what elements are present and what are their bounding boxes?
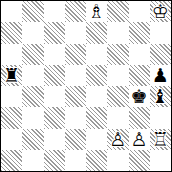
- square-h3[interactable]: [150, 107, 171, 128]
- square-e1[interactable]: [86, 150, 107, 171]
- square-h4[interactable]: ♝: [150, 86, 171, 107]
- square-h7[interactable]: [150, 22, 171, 43]
- square-e8[interactable]: ♝♗: [86, 1, 107, 22]
- white-rook[interactable]: ♖: [150, 129, 171, 150]
- square-g1[interactable]: [129, 150, 150, 171]
- square-b8[interactable]: [22, 1, 43, 22]
- square-h2[interactable]: ♜♖: [150, 129, 171, 150]
- square-a8[interactable]: [1, 1, 22, 22]
- square-a5[interactable]: ♜: [1, 65, 22, 86]
- square-g4[interactable]: ♚: [129, 86, 150, 107]
- square-c3[interactable]: [44, 107, 65, 128]
- square-e6[interactable]: [86, 44, 107, 65]
- square-h6[interactable]: [150, 44, 171, 65]
- square-c6[interactable]: [44, 44, 65, 65]
- square-b7[interactable]: [22, 22, 43, 43]
- square-a1[interactable]: [1, 150, 22, 171]
- square-h8[interactable]: ♚♔: [150, 1, 171, 22]
- square-a6[interactable]: [1, 44, 22, 65]
- white-pawn[interactable]: ♙: [129, 129, 150, 150]
- square-c2[interactable]: [44, 129, 65, 150]
- square-g3[interactable]: [129, 107, 150, 128]
- square-f5[interactable]: [107, 65, 128, 86]
- square-f3[interactable]: [107, 107, 128, 128]
- square-d5[interactable]: [65, 65, 86, 86]
- chessboard: ♝♗♚♔♜♟♚♝♟♙♟♙♜♖: [0, 0, 172, 172]
- square-b1[interactable]: [22, 150, 43, 171]
- square-b2[interactable]: [22, 129, 43, 150]
- square-b4[interactable]: [22, 86, 43, 107]
- square-a3[interactable]: [1, 107, 22, 128]
- square-e2[interactable]: [86, 129, 107, 150]
- square-a4[interactable]: [1, 86, 22, 107]
- white-king[interactable]: ♔: [150, 1, 171, 22]
- square-b5[interactable]: [22, 65, 43, 86]
- square-f6[interactable]: [107, 44, 128, 65]
- square-f2[interactable]: ♟♙: [107, 129, 128, 150]
- square-g6[interactable]: [129, 44, 150, 65]
- square-d7[interactable]: [65, 22, 86, 43]
- square-f8[interactable]: [107, 1, 128, 22]
- chessboard-grid: ♝♗♚♔♜♟♚♝♟♙♟♙♜♖: [1, 1, 171, 171]
- square-c8[interactable]: [44, 1, 65, 22]
- square-d1[interactable]: [65, 150, 86, 171]
- black-pawn[interactable]: ♟: [150, 65, 171, 86]
- square-c7[interactable]: [44, 22, 65, 43]
- square-d2[interactable]: [65, 129, 86, 150]
- square-g5[interactable]: [129, 65, 150, 86]
- square-c4[interactable]: [44, 86, 65, 107]
- square-h5[interactable]: ♟: [150, 65, 171, 86]
- square-d4[interactable]: [65, 86, 86, 107]
- square-d8[interactable]: [65, 1, 86, 22]
- square-f4[interactable]: [107, 86, 128, 107]
- white-pawn[interactable]: ♙: [107, 129, 128, 150]
- square-e3[interactable]: [86, 107, 107, 128]
- square-e4[interactable]: [86, 86, 107, 107]
- white-bishop[interactable]: ♗: [86, 1, 107, 22]
- black-rook[interactable]: ♜: [1, 65, 22, 86]
- square-g7[interactable]: [129, 22, 150, 43]
- square-g2[interactable]: ♟♙: [129, 129, 150, 150]
- square-a2[interactable]: [1, 129, 22, 150]
- square-a7[interactable]: [1, 22, 22, 43]
- square-c5[interactable]: [44, 65, 65, 86]
- square-f7[interactable]: [107, 22, 128, 43]
- black-king[interactable]: ♚: [129, 86, 150, 107]
- square-c1[interactable]: [44, 150, 65, 171]
- square-g8[interactable]: [129, 1, 150, 22]
- square-b6[interactable]: [22, 44, 43, 65]
- square-f1[interactable]: [107, 150, 128, 171]
- square-h1[interactable]: [150, 150, 171, 171]
- square-d3[interactable]: [65, 107, 86, 128]
- square-e7[interactable]: [86, 22, 107, 43]
- black-bishop[interactable]: ♝: [150, 86, 171, 107]
- square-b3[interactable]: [22, 107, 43, 128]
- square-e5[interactable]: [86, 65, 107, 86]
- square-d6[interactable]: [65, 44, 86, 65]
